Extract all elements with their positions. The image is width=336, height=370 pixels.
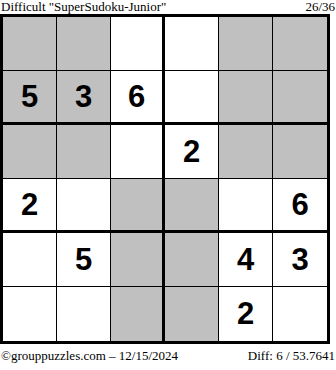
cell-r3c5[interactable] (219, 125, 273, 179)
footer-copyright: ©grouppuzzles.com – 12/15/2024 (1, 349, 178, 363)
cell-r6c6[interactable] (273, 287, 327, 341)
puzzle-page: Difficult "SuperSudoku-Junior" 26/36 536… (0, 0, 336, 370)
cell-r1c4[interactable] (165, 17, 219, 71)
cell-r3c6[interactable] (273, 125, 327, 179)
cell-r5c4[interactable] (165, 233, 219, 287)
cell-r4c3[interactable] (111, 179, 165, 233)
cell-r5c5[interactable]: 4 (219, 233, 273, 287)
cell-r6c2[interactable] (57, 287, 111, 341)
cell-r5c2[interactable]: 5 (57, 233, 111, 287)
puzzle-title: Difficult "SuperSudoku-Junior" (1, 0, 166, 14)
remaining-counter: 26/36 (305, 0, 335, 14)
cell-r2c1[interactable]: 5 (3, 71, 57, 125)
cell-r2c6[interactable] (273, 71, 327, 125)
cell-r1c6[interactable] (273, 17, 327, 71)
sudoku-board: 5362265432 (0, 14, 330, 344)
cell-r4c4[interactable] (165, 179, 219, 233)
cell-r2c2[interactable]: 3 (57, 71, 111, 125)
cell-r5c1[interactable] (3, 233, 57, 287)
cell-r2c4[interactable] (165, 71, 219, 125)
cell-r4c2[interactable] (57, 179, 111, 233)
header: Difficult "SuperSudoku-Junior" 26/36 (0, 0, 336, 14)
footer: ©grouppuzzles.com – 12/15/2024 Diff: 6 /… (0, 349, 336, 363)
cell-r4c1[interactable]: 2 (3, 179, 57, 233)
footer-difficulty: Diff: 6 / 53.7641 (248, 349, 335, 363)
cell-r2c5[interactable] (219, 71, 273, 125)
cell-r2c3[interactable]: 6 (111, 71, 165, 125)
cell-r6c5[interactable]: 2 (219, 287, 273, 341)
cell-r4c6[interactable]: 6 (273, 179, 327, 233)
cell-r1c5[interactable] (219, 17, 273, 71)
cell-r6c1[interactable] (3, 287, 57, 341)
cell-r1c3[interactable] (111, 17, 165, 71)
cell-r1c1[interactable] (3, 17, 57, 71)
cell-r4c5[interactable] (219, 179, 273, 233)
cell-r3c1[interactable] (3, 125, 57, 179)
cell-r5c6[interactable]: 3 (273, 233, 327, 287)
cell-r3c3[interactable] (111, 125, 165, 179)
cell-r5c3[interactable] (111, 233, 165, 287)
cell-r6c4[interactable] (165, 287, 219, 341)
cell-r6c3[interactable] (111, 287, 165, 341)
cell-r1c2[interactable] (57, 17, 111, 71)
cell-r3c2[interactable] (57, 125, 111, 179)
cell-r3c4[interactable]: 2 (165, 125, 219, 179)
